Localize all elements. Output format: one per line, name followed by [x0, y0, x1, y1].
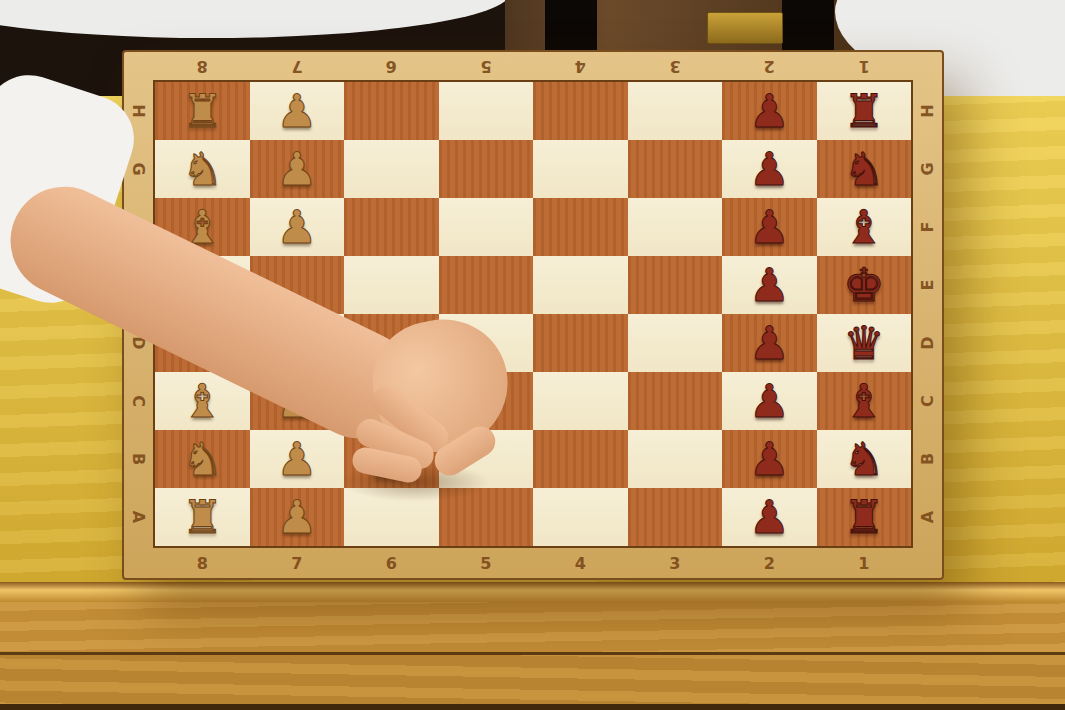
square-d2[interactable]: ♟ — [722, 314, 817, 372]
board-box-front-lower — [0, 655, 1065, 704]
square-b3[interactable] — [628, 430, 723, 488]
frame-rank-labels-top: 87654321 — [155, 52, 911, 82]
square-g1[interactable]: ♞ — [817, 140, 912, 198]
red-rook-a1[interactable]: ♜ — [817, 488, 912, 546]
square-a8[interactable]: ♜ — [155, 488, 250, 546]
square-e3[interactable] — [628, 256, 723, 314]
square-b1[interactable]: ♞ — [817, 430, 912, 488]
rank-top-label-6: 6 — [344, 52, 439, 82]
square-e1[interactable]: ♚ — [817, 256, 912, 314]
square-g6[interactable] — [344, 140, 439, 198]
square-a7[interactable]: ♟ — [250, 488, 345, 546]
red-knight-g1[interactable]: ♞ — [817, 140, 912, 198]
rank-bottom-label-2: 2 — [722, 548, 817, 578]
red-pawn-c2[interactable]: ♟ — [722, 372, 817, 430]
rank-top-label-4: 4 — [533, 52, 628, 82]
square-g2[interactable]: ♟ — [722, 140, 817, 198]
wood-rook-a8[interactable]: ♜ — [155, 488, 250, 546]
square-c4[interactable] — [533, 372, 628, 430]
board-box-shadow — [0, 704, 1065, 710]
rank-bottom-label-3: 3 — [628, 548, 723, 578]
square-h4[interactable] — [533, 82, 628, 140]
red-pawn-d2[interactable]: ♟ — [722, 314, 817, 372]
square-f2[interactable]: ♟ — [722, 198, 817, 256]
wood-knight-b8[interactable]: ♞ — [155, 430, 250, 488]
wood-pawn-h7[interactable]: ♟ — [250, 82, 345, 140]
square-h1[interactable]: ♜ — [817, 82, 912, 140]
red-pawn-e2[interactable]: ♟ — [722, 256, 817, 314]
wood-pawn-g7[interactable]: ♟ — [250, 140, 345, 198]
square-d1[interactable]: ♛ — [817, 314, 912, 372]
rank-bottom-label-4: 4 — [533, 548, 628, 578]
frame-file-labels-right: HGFEDCBA — [912, 82, 942, 546]
red-pawn-h2[interactable]: ♟ — [722, 82, 817, 140]
wood-pawn-f7[interactable]: ♟ — [250, 198, 345, 256]
rank-top-label-2: 2 — [722, 52, 817, 82]
square-f5[interactable] — [439, 198, 534, 256]
rank-top-label-8: 8 — [155, 52, 250, 82]
square-h2[interactable]: ♟ — [722, 82, 817, 140]
square-b2[interactable]: ♟ — [722, 430, 817, 488]
square-f6[interactable] — [344, 198, 439, 256]
square-g5[interactable] — [439, 140, 534, 198]
square-h5[interactable] — [439, 82, 534, 140]
square-e5[interactable] — [439, 256, 534, 314]
scene: 87654321 87654321 HGFEDCBA HGFEDCBA ♜♟♟♜… — [0, 0, 1065, 710]
red-queen-d1[interactable]: ♛ — [817, 314, 912, 372]
red-bishop-c1[interactable]: ♝ — [817, 372, 912, 430]
red-pawn-a2[interactable]: ♟ — [722, 488, 817, 546]
rank-top-label-5: 5 — [439, 52, 534, 82]
rank-bottom-label-5: 5 — [439, 548, 534, 578]
wood-knight-g8[interactable]: ♞ — [155, 140, 250, 198]
red-pawn-f2[interactable]: ♟ — [722, 198, 817, 256]
square-g3[interactable] — [628, 140, 723, 198]
square-e6[interactable] — [344, 256, 439, 314]
red-knight-b1[interactable]: ♞ — [817, 430, 912, 488]
wood-pawn-a7[interactable]: ♟ — [250, 488, 345, 546]
brass-hinge — [707, 12, 783, 44]
rank-bottom-label-7: 7 — [250, 548, 345, 578]
rank-bottom-label-6: 6 — [344, 548, 439, 578]
square-a4[interactable] — [533, 488, 628, 546]
board-box-front-upper — [0, 602, 1065, 655]
square-f4[interactable] — [533, 198, 628, 256]
frame-rank-labels-bottom: 87654321 — [155, 548, 911, 578]
red-pawn-g2[interactable]: ♟ — [722, 140, 817, 198]
red-bishop-f1[interactable]: ♝ — [817, 198, 912, 256]
square-a2[interactable]: ♟ — [722, 488, 817, 546]
square-c3[interactable] — [628, 372, 723, 430]
red-king-e1[interactable]: ♚ — [817, 256, 912, 314]
square-e2[interactable]: ♟ — [722, 256, 817, 314]
square-e4[interactable] — [533, 256, 628, 314]
board-box-molding — [0, 582, 1065, 602]
rank-top-label-3: 3 — [628, 52, 723, 82]
rank-bottom-label-8: 8 — [155, 548, 250, 578]
rank-top-label-7: 7 — [250, 52, 345, 82]
square-g8[interactable]: ♞ — [155, 140, 250, 198]
square-c2[interactable]: ♟ — [722, 372, 817, 430]
square-g4[interactable] — [533, 140, 628, 198]
square-b8[interactable]: ♞ — [155, 430, 250, 488]
square-h7[interactable]: ♟ — [250, 82, 345, 140]
square-b7[interactable]: ♟ — [250, 430, 345, 488]
square-c1[interactable]: ♝ — [817, 372, 912, 430]
wood-rook-h8[interactable]: ♜ — [155, 82, 250, 140]
rank-bottom-label-1: 1 — [817, 548, 912, 578]
square-g7[interactable]: ♟ — [250, 140, 345, 198]
square-h8[interactable]: ♜ — [155, 82, 250, 140]
red-pawn-b2[interactable]: ♟ — [722, 430, 817, 488]
rank-top-label-1: 1 — [817, 52, 912, 82]
square-a3[interactable] — [628, 488, 723, 546]
square-d4[interactable] — [533, 314, 628, 372]
square-d3[interactable] — [628, 314, 723, 372]
square-h3[interactable] — [628, 82, 723, 140]
square-b4[interactable] — [533, 430, 628, 488]
square-f7[interactable]: ♟ — [250, 198, 345, 256]
wood-pawn-b7[interactable]: ♟ — [250, 430, 345, 488]
red-rook-h1[interactable]: ♜ — [817, 82, 912, 140]
square-h6[interactable] — [344, 82, 439, 140]
square-a1[interactable]: ♜ — [817, 488, 912, 546]
square-f3[interactable] — [628, 198, 723, 256]
square-f1[interactable]: ♝ — [817, 198, 912, 256]
